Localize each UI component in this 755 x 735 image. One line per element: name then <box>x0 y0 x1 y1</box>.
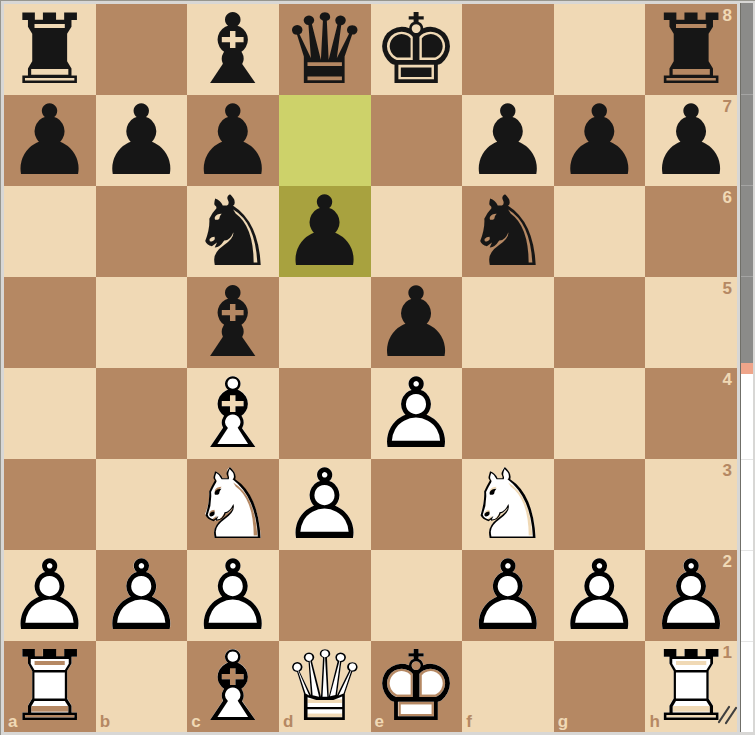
piece-glyph-outline: ♗ <box>187 368 279 459</box>
piece-glyph: ♜ <box>4 4 96 95</box>
eval-gauge-tick <box>741 185 753 186</box>
white-pawn[interactable]: ♟︎♙ <box>554 550 646 641</box>
board-window: ♜♝♛♚♜8♟︎♟︎♟︎♟︎♟︎♟︎7♞♟︎♞6♝♟︎5♝♗♟︎♙4♞♘♟︎♙♞… <box>0 0 755 735</box>
piece-glyph-outline: ♙ <box>4 550 96 641</box>
black-pawn[interactable]: ♟︎ <box>279 186 371 277</box>
eval-gauge-tick <box>741 550 753 551</box>
square-a6[interactable] <box>4 186 96 277</box>
black-pawn[interactable]: ♟︎ <box>4 95 96 186</box>
square-g3[interactable] <box>554 459 646 550</box>
piece-glyph: ♞ <box>187 186 279 277</box>
square-d3[interactable]: ♟︎♙ <box>279 459 371 550</box>
piece-glyph: ♝ <box>187 4 279 95</box>
square-b2[interactable]: ♟︎♙ <box>96 550 188 641</box>
piece-glyph-fill: ♟︎ <box>187 550 279 641</box>
black-pawn[interactable]: ♟︎ <box>96 95 188 186</box>
piece-glyph-fill: ♛ <box>279 641 371 732</box>
white-pawn[interactable]: ♟︎♙ <box>4 550 96 641</box>
square-a7[interactable]: ♟︎ <box>4 95 96 186</box>
white-pawn[interactable]: ♟︎♙ <box>279 459 371 550</box>
square-c5[interactable]: ♝ <box>187 277 279 368</box>
square-g8[interactable] <box>554 4 646 95</box>
square-h5[interactable]: 5 <box>645 277 737 368</box>
white-pawn[interactable]: ♟︎♙ <box>96 550 188 641</box>
square-c2[interactable]: ♟︎♙ <box>187 550 279 641</box>
piece-glyph: ♟︎ <box>4 95 96 186</box>
square-f7[interactable]: ♟︎ <box>462 95 554 186</box>
square-d2[interactable] <box>279 550 371 641</box>
square-b8[interactable] <box>96 4 188 95</box>
square-e1[interactable]: ♚♔e <box>371 641 463 732</box>
square-e5[interactable]: ♟︎ <box>371 277 463 368</box>
piece-glyph-outline: ♕ <box>279 641 371 732</box>
eval-gauge-tick <box>741 94 753 95</box>
square-d5[interactable] <box>279 277 371 368</box>
piece-glyph-fill: ♚ <box>371 641 463 732</box>
square-g6[interactable] <box>554 186 646 277</box>
white-queen[interactable]: ♛♕ <box>279 641 371 732</box>
square-d7[interactable] <box>279 95 371 186</box>
piece-glyph-fill: ♞ <box>187 459 279 550</box>
piece-glyph-fill: ♟︎ <box>371 368 463 459</box>
square-d1[interactable]: ♛♕d <box>279 641 371 732</box>
piece-glyph-fill: ♞ <box>462 459 554 550</box>
square-a8[interactable]: ♜ <box>4 4 96 95</box>
black-rook[interactable]: ♜ <box>645 4 737 95</box>
piece-glyph: ♟︎ <box>554 95 646 186</box>
black-king[interactable]: ♚ <box>371 4 463 95</box>
rank-label-3: 3 <box>723 462 732 479</box>
eval-gauge-tick <box>741 276 753 277</box>
black-rook[interactable]: ♜ <box>4 4 96 95</box>
square-g7[interactable]: ♟︎ <box>554 95 646 186</box>
square-f2[interactable]: ♟︎♙ <box>462 550 554 641</box>
square-c6[interactable]: ♞ <box>187 186 279 277</box>
square-g5[interactable] <box>554 277 646 368</box>
eval-gauge-tick <box>741 641 753 642</box>
file-label-b: b <box>100 713 110 730</box>
piece-glyph-outline: ♙ <box>279 459 371 550</box>
black-pawn[interactable]: ♟︎ <box>371 277 463 368</box>
piece-glyph: ♜ <box>645 4 737 95</box>
square-a5[interactable] <box>4 277 96 368</box>
piece-glyph-fill: ♟︎ <box>554 550 646 641</box>
square-a1[interactable]: ♜♖a <box>4 641 96 732</box>
square-e3[interactable] <box>371 459 463 550</box>
square-b4[interactable] <box>96 368 188 459</box>
piece-glyph-fill: ♝ <box>187 368 279 459</box>
white-pawn[interactable]: ♟︎♙ <box>645 550 737 641</box>
square-f6[interactable]: ♞ <box>462 186 554 277</box>
rank-label-5: 5 <box>723 280 732 297</box>
square-f8[interactable] <box>462 4 554 95</box>
white-knight[interactable]: ♞♘ <box>187 459 279 550</box>
square-c8[interactable]: ♝ <box>187 4 279 95</box>
square-e4[interactable]: ♟︎♙ <box>371 368 463 459</box>
piece-glyph-fill: ♟︎ <box>4 550 96 641</box>
square-e7[interactable] <box>371 95 463 186</box>
piece-glyph: ♚ <box>371 4 463 95</box>
square-g2[interactable]: ♟︎♙ <box>554 550 646 641</box>
square-c7[interactable]: ♟︎ <box>187 95 279 186</box>
square-e6[interactable] <box>371 186 463 277</box>
square-d8[interactable]: ♛ <box>279 4 371 95</box>
square-e8[interactable]: ♚ <box>371 4 463 95</box>
piece-glyph: ♟︎ <box>371 277 463 368</box>
piece-glyph-fill: ♟︎ <box>96 550 188 641</box>
square-c1[interactable]: ♝♗c <box>187 641 279 732</box>
square-h6[interactable]: 6 <box>645 186 737 277</box>
rank-label-4: 4 <box>723 371 732 388</box>
square-b7[interactable]: ♟︎ <box>96 95 188 186</box>
black-bishop[interactable]: ♝ <box>187 277 279 368</box>
square-a3[interactable] <box>4 459 96 550</box>
black-pawn[interactable]: ♟︎ <box>462 95 554 186</box>
square-a4[interactable] <box>4 368 96 459</box>
black-knight[interactable]: ♞ <box>462 186 554 277</box>
square-b5[interactable] <box>96 277 188 368</box>
white-king[interactable]: ♚♔ <box>371 641 463 732</box>
piece-glyph-outline: ♙ <box>645 550 737 641</box>
black-queen[interactable]: ♛ <box>279 4 371 95</box>
square-e2[interactable] <box>371 550 463 641</box>
piece-glyph-fill: ♝ <box>187 641 279 732</box>
piece-glyph-fill: ♟︎ <box>645 550 737 641</box>
square-a2[interactable]: ♟︎♙ <box>4 550 96 641</box>
square-c4[interactable]: ♝♗ <box>187 368 279 459</box>
square-d6[interactable]: ♟︎ <box>279 186 371 277</box>
black-knight[interactable]: ♞ <box>187 186 279 277</box>
piece-glyph-fill: ♜ <box>4 641 96 732</box>
square-h4[interactable]: 4 <box>645 368 737 459</box>
black-pawn[interactable]: ♟︎ <box>187 95 279 186</box>
piece-glyph-outline: ♔ <box>371 641 463 732</box>
piece-glyph-outline: ♙ <box>371 368 463 459</box>
rank-label-6: 6 <box>723 189 732 206</box>
file-label-g: g <box>558 713 568 730</box>
square-f5[interactable] <box>462 277 554 368</box>
piece-glyph-outline: ♗ <box>187 641 279 732</box>
piece-glyph: ♛ <box>279 4 371 95</box>
piece-glyph: ♝ <box>187 277 279 368</box>
square-h3[interactable]: 3 <box>645 459 737 550</box>
square-f4[interactable] <box>462 368 554 459</box>
square-g4[interactable] <box>554 368 646 459</box>
piece-glyph: ♟︎ <box>187 95 279 186</box>
piece-glyph-outline: ♙ <box>96 550 188 641</box>
square-d4[interactable] <box>279 368 371 459</box>
white-rook[interactable]: ♜♖ <box>4 641 96 732</box>
square-f1[interactable]: f <box>462 641 554 732</box>
file-label-f: f <box>466 713 472 730</box>
piece-glyph-outline: ♖ <box>4 641 96 732</box>
square-h7[interactable]: ♟︎7 <box>645 95 737 186</box>
piece-glyph-outline: ♘ <box>462 459 554 550</box>
piece-glyph-outline: ♙ <box>462 550 554 641</box>
white-pawn[interactable]: ♟︎♙ <box>462 550 554 641</box>
white-pawn[interactable]: ♟︎♙ <box>371 368 463 459</box>
piece-glyph: ♞ <box>462 186 554 277</box>
square-b3[interactable] <box>96 459 188 550</box>
square-b6[interactable] <box>96 186 188 277</box>
piece-glyph-fill: ♟︎ <box>462 550 554 641</box>
square-h8[interactable]: ♜8 <box>645 4 737 95</box>
piece-glyph: ♟︎ <box>645 95 737 186</box>
square-b1[interactable]: b <box>96 641 188 732</box>
chess-board: ♜♝♛♚♜8♟︎♟︎♟︎♟︎♟︎♟︎7♞♟︎♞6♝♟︎5♝♗♟︎♙4♞♘♟︎♙♞… <box>4 4 737 732</box>
piece-glyph-outline: ♘ <box>187 459 279 550</box>
piece-glyph: ♟︎ <box>96 95 188 186</box>
piece-glyph: ♟︎ <box>279 186 371 277</box>
white-bishop[interactable]: ♝♗ <box>187 368 279 459</box>
piece-glyph-fill: ♟︎ <box>279 459 371 550</box>
eval-gauge-zero-line <box>741 363 753 374</box>
piece-glyph: ♟︎ <box>462 95 554 186</box>
white-pawn[interactable]: ♟︎♙ <box>187 550 279 641</box>
piece-glyph-outline: ♙ <box>554 550 646 641</box>
square-c3[interactable]: ♞♘ <box>187 459 279 550</box>
square-g1[interactable]: g <box>554 641 646 732</box>
piece-glyph-outline: ♙ <box>187 550 279 641</box>
eval-gauge-tick <box>741 459 753 460</box>
square-h2[interactable]: ♟︎♙2 <box>645 550 737 641</box>
black-pawn[interactable]: ♟︎ <box>554 95 646 186</box>
eval-gauge <box>740 3 753 732</box>
white-knight[interactable]: ♞♘ <box>462 459 554 550</box>
white-bishop[interactable]: ♝♗ <box>187 641 279 732</box>
black-pawn[interactable]: ♟︎ <box>645 95 737 186</box>
resize-handle-icon[interactable] <box>715 701 739 725</box>
square-f3[interactable]: ♞♘ <box>462 459 554 550</box>
black-bishop[interactable]: ♝ <box>187 4 279 95</box>
